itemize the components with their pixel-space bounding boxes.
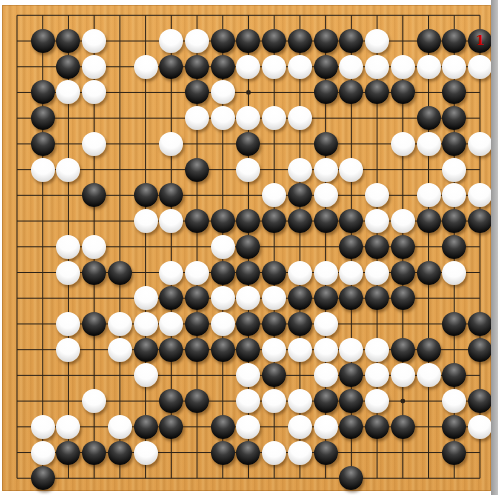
white-stone <box>417 363 441 387</box>
white-stone <box>391 55 415 79</box>
black-stone <box>236 441 260 465</box>
white-stone <box>314 183 338 207</box>
black-stone <box>31 106 55 130</box>
black-stone <box>236 261 260 285</box>
black-stone <box>314 389 338 413</box>
white-stone <box>468 132 492 156</box>
white-stone <box>417 132 441 156</box>
white-stone <box>82 55 106 79</box>
window-edge-strip <box>491 0 498 495</box>
black-stone <box>108 441 132 465</box>
black-stone <box>108 261 132 285</box>
white-stone <box>314 363 338 387</box>
white-stone <box>262 441 286 465</box>
white-stone <box>391 363 415 387</box>
white-stone <box>442 158 466 182</box>
black-stone <box>185 338 209 362</box>
white-stone <box>134 363 158 387</box>
black-stone <box>134 183 158 207</box>
move-number-label: 1 <box>468 29 492 53</box>
white-stone <box>288 389 312 413</box>
black-stone <box>442 415 466 439</box>
black-stone <box>468 338 492 362</box>
black-stone <box>159 55 183 79</box>
black-stone <box>288 29 312 53</box>
white-stone <box>468 415 492 439</box>
black-stone <box>211 415 235 439</box>
black-stone <box>211 338 235 362</box>
black-stone <box>314 286 338 310</box>
white-stone <box>82 235 106 259</box>
white-stone <box>417 183 441 207</box>
black-stone <box>391 415 415 439</box>
white-stone <box>288 55 312 79</box>
white-stone <box>108 312 132 336</box>
white-stone <box>236 158 260 182</box>
white-stone <box>314 158 338 182</box>
black-stone <box>288 286 312 310</box>
white-stone <box>339 338 363 362</box>
white-stone <box>134 312 158 336</box>
white-stone <box>365 389 389 413</box>
black-stone <box>56 55 80 79</box>
black-stone <box>417 261 441 285</box>
white-stone <box>185 261 209 285</box>
black-stone <box>211 55 235 79</box>
black-stone <box>314 209 338 233</box>
black-stone <box>391 338 415 362</box>
black-stone <box>211 29 235 53</box>
white-stone <box>82 132 106 156</box>
black-stone <box>262 261 286 285</box>
black-stone <box>339 415 363 439</box>
white-stone <box>365 55 389 79</box>
black-stone <box>82 261 106 285</box>
black-stone <box>185 312 209 336</box>
black-stone <box>31 80 55 104</box>
white-stone <box>391 132 415 156</box>
white-stone <box>211 235 235 259</box>
white-stone <box>31 441 55 465</box>
black-stone <box>365 415 389 439</box>
black-stone <box>185 389 209 413</box>
white-stone <box>31 415 55 439</box>
white-stone <box>262 338 286 362</box>
black-stone <box>82 312 106 336</box>
white-stone <box>314 415 338 439</box>
black-stone <box>314 80 338 104</box>
white-stone <box>314 338 338 362</box>
black-stone <box>442 312 466 336</box>
white-stone <box>442 55 466 79</box>
black-stone <box>82 441 106 465</box>
white-stone <box>365 209 389 233</box>
star-point <box>246 90 251 95</box>
white-stone <box>211 106 235 130</box>
white-stone <box>339 261 363 285</box>
black-stone <box>134 415 158 439</box>
white-stone <box>82 29 106 53</box>
white-stone <box>339 55 363 79</box>
black-stone <box>31 466 55 490</box>
black-stone <box>31 29 55 53</box>
black-stone <box>417 106 441 130</box>
white-stone <box>31 158 55 182</box>
white-stone <box>134 55 158 79</box>
white-stone <box>365 29 389 53</box>
white-stone <box>211 286 235 310</box>
white-stone <box>56 158 80 182</box>
white-stone <box>134 441 158 465</box>
black-stone <box>365 235 389 259</box>
black-stone <box>468 389 492 413</box>
white-stone <box>56 261 80 285</box>
black-stone <box>391 235 415 259</box>
white-stone <box>314 261 338 285</box>
black-stone <box>314 441 338 465</box>
white-stone <box>288 338 312 362</box>
black-stone <box>211 441 235 465</box>
black-stone <box>391 261 415 285</box>
white-stone <box>288 261 312 285</box>
black-stone <box>442 441 466 465</box>
white-stone <box>288 106 312 130</box>
white-stone <box>417 55 441 79</box>
white-stone <box>442 261 466 285</box>
white-stone <box>339 158 363 182</box>
go-app-window: 1 <box>0 0 498 495</box>
black-stone <box>417 338 441 362</box>
black-stone <box>185 158 209 182</box>
black-stone <box>417 209 441 233</box>
black-stone <box>185 55 209 79</box>
white-stone <box>468 55 492 79</box>
black-stone <box>391 286 415 310</box>
white-stone <box>185 29 209 53</box>
black-stone <box>288 312 312 336</box>
black-stone <box>211 209 235 233</box>
go-board[interactable]: 1 <box>2 5 491 491</box>
white-stone <box>56 338 80 362</box>
black-stone <box>314 55 338 79</box>
black-stone <box>134 338 158 362</box>
white-stone <box>134 286 158 310</box>
white-stone <box>262 55 286 79</box>
white-stone <box>391 209 415 233</box>
white-stone <box>211 312 235 336</box>
black-stone <box>56 441 80 465</box>
white-stone <box>108 415 132 439</box>
white-stone <box>159 261 183 285</box>
white-stone <box>365 338 389 362</box>
white-stone <box>314 312 338 336</box>
white-stone <box>365 261 389 285</box>
black-stone <box>314 132 338 156</box>
white-stone <box>288 441 312 465</box>
black-stone <box>159 338 183 362</box>
white-stone <box>134 209 158 233</box>
black-stone <box>468 209 492 233</box>
star-point <box>400 399 405 404</box>
black-stone <box>417 29 441 53</box>
black-stone <box>468 312 492 336</box>
black-stone <box>236 338 260 362</box>
black-stone <box>262 312 286 336</box>
black-stone <box>185 209 209 233</box>
black-stone <box>211 261 235 285</box>
black-stone <box>314 29 338 53</box>
black-stone <box>442 132 466 156</box>
black-stone <box>288 209 312 233</box>
black-stone <box>442 235 466 259</box>
black-stone <box>31 132 55 156</box>
white-stone <box>108 338 132 362</box>
black-stone <box>339 235 363 259</box>
black-stone <box>159 415 183 439</box>
white-stone <box>288 158 312 182</box>
white-stone <box>288 415 312 439</box>
